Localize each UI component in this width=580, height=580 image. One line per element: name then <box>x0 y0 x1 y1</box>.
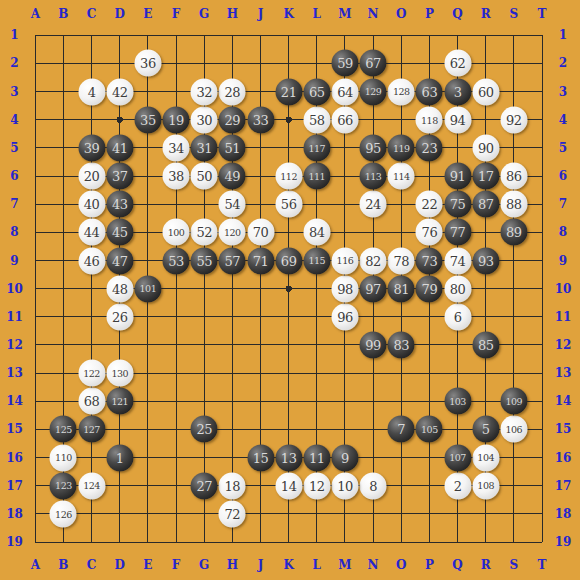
move-number: 32 <box>196 85 212 98</box>
row-label-right-3: 3 <box>559 86 567 98</box>
move-number: 33 <box>253 113 269 126</box>
move-number: 58 <box>309 113 325 126</box>
move-number: 116 <box>337 256 354 266</box>
stone-white-C9: 46 <box>78 247 105 274</box>
move-number: 14 <box>281 479 297 492</box>
move-number: 22 <box>422 198 438 211</box>
move-number: 69 <box>281 254 297 267</box>
row-label-right-8: 8 <box>559 226 567 238</box>
stone-black-D16: 1 <box>106 444 133 471</box>
move-number: 53 <box>168 254 184 267</box>
move-number: 2 <box>454 479 462 492</box>
row-label-left-10: 10 <box>6 283 23 295</box>
column-label-top-L: L <box>313 8 321 20</box>
stone-white-Q11: 6 <box>444 303 471 330</box>
row-label-right-11: 11 <box>555 311 572 323</box>
stone-black-N6: 113 <box>360 163 387 190</box>
stone-white-L17: 12 <box>303 472 330 499</box>
stone-black-O5: 119 <box>388 134 415 161</box>
stone-white-F6: 38 <box>163 163 190 190</box>
row-label-right-9: 9 <box>559 255 567 267</box>
row-label-right-12: 12 <box>555 339 572 351</box>
move-number: 86 <box>506 170 522 183</box>
move-number: 37 <box>112 170 128 183</box>
move-number: 67 <box>365 57 381 70</box>
column-label-top-M: M <box>338 8 351 20</box>
column-label-top-J: J <box>258 8 264 20</box>
move-number: 121 <box>111 397 128 407</box>
row-label-left-4: 4 <box>10 114 18 126</box>
column-label-bottom-J: J <box>258 559 264 571</box>
stone-black-L5: 117 <box>303 134 330 161</box>
stone-black-N5: 95 <box>360 134 387 161</box>
move-number: 100 <box>168 228 185 238</box>
row-label-right-18: 18 <box>555 508 572 520</box>
stone-white-P7: 22 <box>416 191 443 218</box>
stone-white-C17: 124 <box>78 472 105 499</box>
stone-white-O9: 78 <box>388 247 415 274</box>
stone-white-C14: 68 <box>78 388 105 415</box>
stone-white-Q2: 62 <box>444 50 471 77</box>
row-label-left-8: 8 <box>10 226 18 238</box>
column-label-top-O: O <box>396 8 406 20</box>
stone-white-C6: 20 <box>78 163 105 190</box>
stone-black-K9: 69 <box>275 247 302 274</box>
stone-white-R17: 108 <box>472 472 499 499</box>
stone-white-M17: 10 <box>331 472 358 499</box>
stone-black-H9: 57 <box>219 247 246 274</box>
move-number: 62 <box>450 57 466 70</box>
column-label-bottom-O: O <box>396 559 406 571</box>
move-number: 127 <box>83 425 100 435</box>
stone-white-Q9: 74 <box>444 247 471 274</box>
move-number: 45 <box>112 226 128 239</box>
move-number: 72 <box>225 507 241 520</box>
stone-black-C15: 127 <box>78 416 105 443</box>
stone-black-H4: 29 <box>219 106 246 133</box>
stone-black-R9: 93 <box>472 247 499 274</box>
move-number: 71 <box>253 254 269 267</box>
stone-white-H17: 18 <box>219 472 246 499</box>
move-number: 59 <box>337 57 353 70</box>
move-number: 115 <box>308 256 325 266</box>
move-number: 87 <box>478 198 494 211</box>
stone-white-D11: 26 <box>106 303 133 330</box>
stone-white-G6: 50 <box>191 163 218 190</box>
move-number: 109 <box>506 397 523 407</box>
move-number: 78 <box>393 254 409 267</box>
stone-white-H7: 54 <box>219 191 246 218</box>
column-label-bottom-S: S <box>510 559 519 571</box>
move-number: 125 <box>55 425 72 435</box>
stone-white-G8: 52 <box>191 219 218 246</box>
move-number: 101 <box>140 284 157 294</box>
star-point-K4 <box>286 117 292 123</box>
move-number: 95 <box>365 141 381 154</box>
stone-black-G17: 27 <box>191 472 218 499</box>
move-number: 9 <box>341 451 349 464</box>
column-label-bottom-R: R <box>481 559 491 571</box>
stone-black-D9: 47 <box>106 247 133 274</box>
stone-white-B18: 126 <box>50 500 77 527</box>
stone-white-F5: 34 <box>163 134 190 161</box>
stone-white-N17: 8 <box>360 472 387 499</box>
move-number: 50 <box>196 170 212 183</box>
move-number: 7 <box>397 423 405 436</box>
stone-black-Q14: 103 <box>444 388 471 415</box>
stone-white-D13: 130 <box>106 360 133 387</box>
stone-white-K7: 56 <box>275 191 302 218</box>
move-number: 17 <box>478 170 494 183</box>
move-number: 83 <box>393 338 409 351</box>
stone-black-D6: 37 <box>106 163 133 190</box>
move-number: 47 <box>112 254 128 267</box>
move-number: 96 <box>337 310 353 323</box>
stone-black-Q7: 75 <box>444 191 471 218</box>
move-number: 10 <box>337 479 353 492</box>
stone-black-J9: 71 <box>247 247 274 274</box>
move-number: 21 <box>281 85 297 98</box>
stone-black-P9: 73 <box>416 247 443 274</box>
move-number: 124 <box>83 481 100 491</box>
stone-white-S7: 88 <box>500 191 527 218</box>
stone-white-D10: 48 <box>106 275 133 302</box>
row-label-left-15: 15 <box>6 423 23 435</box>
column-label-bottom-E: E <box>143 559 152 571</box>
move-number: 92 <box>506 113 522 126</box>
row-label-left-18: 18 <box>6 508 23 520</box>
move-number: 64 <box>337 85 353 98</box>
row-label-left-17: 17 <box>6 480 23 492</box>
stone-black-Q8: 77 <box>444 219 471 246</box>
column-label-bottom-G: G <box>199 559 209 571</box>
stone-black-K16: 13 <box>275 444 302 471</box>
stone-black-S8: 89 <box>500 219 527 246</box>
stone-white-C7: 40 <box>78 191 105 218</box>
move-number: 76 <box>422 226 438 239</box>
row-label-left-14: 14 <box>6 395 23 407</box>
row-label-left-5: 5 <box>10 142 18 154</box>
move-number: 88 <box>506 198 522 211</box>
move-number: 114 <box>393 171 410 181</box>
stone-black-O12: 83 <box>388 331 415 358</box>
move-number: 112 <box>280 171 297 181</box>
move-number: 48 <box>112 282 128 295</box>
stone-black-F9: 53 <box>163 247 190 274</box>
stone-black-P5: 23 <box>416 134 443 161</box>
stone-black-L16: 11 <box>303 444 330 471</box>
row-label-left-19: 19 <box>6 536 23 548</box>
move-number: 44 <box>84 226 100 239</box>
stone-black-L6: 111 <box>303 163 330 190</box>
stone-white-C3: 4 <box>78 78 105 105</box>
stone-black-R15: 5 <box>472 416 499 443</box>
stone-white-H3: 28 <box>219 78 246 105</box>
column-label-top-R: R <box>481 8 491 20</box>
stone-white-H8: 120 <box>219 219 246 246</box>
move-number: 90 <box>478 141 494 154</box>
stone-white-N9: 82 <box>360 247 387 274</box>
move-number: 39 <box>84 141 100 154</box>
stone-white-N7: 24 <box>360 191 387 218</box>
stone-black-J4: 33 <box>247 106 274 133</box>
move-number: 93 <box>478 254 494 267</box>
move-number: 46 <box>84 254 100 267</box>
column-label-bottom-P: P <box>425 559 434 571</box>
move-number: 85 <box>478 338 494 351</box>
move-number: 25 <box>196 423 212 436</box>
move-number: 35 <box>140 113 156 126</box>
stone-white-Q17: 2 <box>444 472 471 499</box>
move-number: 42 <box>112 85 128 98</box>
move-number: 103 <box>449 397 466 407</box>
stone-white-S15: 106 <box>500 416 527 443</box>
column-label-top-P: P <box>425 8 434 20</box>
stone-black-G5: 31 <box>191 134 218 161</box>
move-number: 91 <box>450 170 466 183</box>
stone-black-B15: 125 <box>50 416 77 443</box>
move-number: 28 <box>225 85 241 98</box>
column-label-bottom-Q: Q <box>452 559 462 571</box>
move-number: 65 <box>309 85 325 98</box>
move-number: 6 <box>454 310 462 323</box>
move-number: 51 <box>225 141 241 154</box>
move-number: 41 <box>112 141 128 154</box>
go-board[interactable]: AABBCCDDEEFFGGHHJJKKLLMMNNOOPPQQRRSSTT11… <box>0 0 580 580</box>
row-label-right-10: 10 <box>555 283 572 295</box>
move-number: 52 <box>196 226 212 239</box>
column-label-bottom-D: D <box>115 559 125 571</box>
move-number: 56 <box>281 198 297 211</box>
stone-black-R6: 17 <box>472 163 499 190</box>
stone-black-N12: 99 <box>360 331 387 358</box>
column-label-bottom-H: H <box>227 559 238 571</box>
move-number: 126 <box>55 509 72 519</box>
column-label-bottom-T: T <box>538 559 547 571</box>
row-label-right-2: 2 <box>559 57 567 69</box>
column-label-bottom-B: B <box>58 559 68 571</box>
move-number: 43 <box>112 198 128 211</box>
column-label-top-Q: Q <box>452 8 462 20</box>
move-number: 118 <box>421 115 438 125</box>
move-number: 89 <box>506 226 522 239</box>
stone-white-Q4: 94 <box>444 106 471 133</box>
move-number: 104 <box>477 453 494 463</box>
move-number: 3 <box>454 85 462 98</box>
stone-black-Q16: 107 <box>444 444 471 471</box>
stone-white-E2: 36 <box>134 50 161 77</box>
row-label-left-6: 6 <box>10 170 18 182</box>
move-number: 105 <box>421 425 438 435</box>
move-number: 23 <box>422 141 438 154</box>
stone-black-L9: 115 <box>303 247 330 274</box>
row-label-right-14: 14 <box>555 395 572 407</box>
row-label-left-2: 2 <box>10 57 18 69</box>
column-label-bottom-N: N <box>368 559 379 571</box>
stone-black-D8: 45 <box>106 219 133 246</box>
stone-white-P4: 118 <box>416 106 443 133</box>
column-label-top-T: T <box>538 8 547 20</box>
stone-black-N2: 67 <box>360 50 387 77</box>
stone-black-O15: 7 <box>388 416 415 443</box>
move-number: 79 <box>422 282 438 295</box>
stone-white-C13: 122 <box>78 360 105 387</box>
column-label-top-S: S <box>510 8 519 20</box>
row-label-right-1: 1 <box>559 29 567 41</box>
stone-black-Q6: 91 <box>444 163 471 190</box>
move-number: 55 <box>196 254 212 267</box>
move-number: 94 <box>450 113 466 126</box>
row-label-right-13: 13 <box>555 367 572 379</box>
stone-black-P15: 105 <box>416 416 443 443</box>
stone-black-G15: 25 <box>191 416 218 443</box>
move-number: 75 <box>450 198 466 211</box>
move-number: 4 <box>88 85 96 98</box>
row-label-right-7: 7 <box>559 198 567 210</box>
column-label-bottom-F: F <box>172 559 181 571</box>
stone-black-N3: 129 <box>360 78 387 105</box>
move-number: 31 <box>196 141 212 154</box>
move-number: 49 <box>225 170 241 183</box>
column-label-top-K: K <box>283 8 293 20</box>
row-label-right-5: 5 <box>559 142 567 154</box>
move-number: 5 <box>482 423 490 436</box>
stone-black-P10: 79 <box>416 275 443 302</box>
column-label-top-D: D <box>115 8 125 20</box>
stone-black-E10: 101 <box>134 275 161 302</box>
stone-black-B17: 123 <box>50 472 77 499</box>
row-label-right-19: 19 <box>555 536 572 548</box>
stone-white-P8: 76 <box>416 219 443 246</box>
stone-white-M3: 64 <box>331 78 358 105</box>
stone-black-O10: 81 <box>388 275 415 302</box>
move-number: 123 <box>55 481 72 491</box>
column-label-bottom-K: K <box>283 559 293 571</box>
row-label-right-16: 16 <box>555 452 572 464</box>
stone-white-L4: 58 <box>303 106 330 133</box>
stone-black-M2: 59 <box>331 50 358 77</box>
move-number: 40 <box>84 198 100 211</box>
move-number: 57 <box>225 254 241 267</box>
stone-black-G9: 55 <box>191 247 218 274</box>
move-number: 117 <box>308 143 325 153</box>
stone-white-B16: 110 <box>50 444 77 471</box>
move-number: 77 <box>450 226 466 239</box>
move-number: 129 <box>365 87 382 97</box>
stone-black-M16: 9 <box>331 444 358 471</box>
move-number: 98 <box>337 282 353 295</box>
move-number: 81 <box>393 282 409 295</box>
stone-black-D7: 43 <box>106 191 133 218</box>
move-number: 15 <box>253 451 269 464</box>
move-number: 24 <box>365 198 381 211</box>
stone-black-N10: 97 <box>360 275 387 302</box>
stone-white-K6: 112 <box>275 163 302 190</box>
move-number: 60 <box>478 85 494 98</box>
move-number: 82 <box>365 254 381 267</box>
column-label-bottom-A: A <box>31 559 40 571</box>
stone-black-E4: 35 <box>134 106 161 133</box>
column-label-top-C: C <box>87 8 97 20</box>
stone-black-R7: 87 <box>472 191 499 218</box>
stone-white-F8: 100 <box>163 219 190 246</box>
stone-white-H18: 72 <box>219 500 246 527</box>
stone-white-M10: 98 <box>331 275 358 302</box>
move-number: 74 <box>450 254 466 267</box>
column-label-bottom-C: C <box>87 559 97 571</box>
move-number: 99 <box>365 338 381 351</box>
stone-white-O6: 114 <box>388 163 415 190</box>
move-number: 110 <box>55 453 72 463</box>
column-label-top-G: G <box>199 8 209 20</box>
stone-white-M4: 66 <box>331 106 358 133</box>
move-number: 20 <box>84 170 100 183</box>
move-number: 54 <box>225 198 241 211</box>
stone-white-M11: 96 <box>331 303 358 330</box>
stone-white-S6: 86 <box>500 163 527 190</box>
row-label-left-9: 9 <box>10 255 18 267</box>
move-number: 119 <box>393 143 410 153</box>
stone-black-H5: 51 <box>219 134 246 161</box>
move-number: 108 <box>477 481 494 491</box>
stone-white-R16: 104 <box>472 444 499 471</box>
move-number: 36 <box>140 57 156 70</box>
stone-black-C5: 39 <box>78 134 105 161</box>
column-label-top-H: H <box>227 8 238 20</box>
move-number: 128 <box>393 87 410 97</box>
row-label-right-17: 17 <box>555 480 572 492</box>
row-label-right-6: 6 <box>559 170 567 182</box>
stone-black-R12: 85 <box>472 331 499 358</box>
stone-white-L8: 84 <box>303 219 330 246</box>
move-number: 106 <box>506 425 523 435</box>
stone-black-Q3: 3 <box>444 78 471 105</box>
move-number: 68 <box>84 395 100 408</box>
stone-white-R5: 90 <box>472 134 499 161</box>
column-label-top-N: N <box>368 8 379 20</box>
move-number: 18 <box>225 479 241 492</box>
stone-white-G3: 32 <box>191 78 218 105</box>
column-label-top-E: E <box>143 8 152 20</box>
move-number: 130 <box>111 368 128 378</box>
star-point-K10 <box>286 286 292 292</box>
move-number: 80 <box>450 282 466 295</box>
row-label-left-11: 11 <box>6 311 23 323</box>
stone-black-D5: 41 <box>106 134 133 161</box>
move-number: 120 <box>224 228 241 238</box>
column-label-bottom-M: M <box>338 559 351 571</box>
row-label-left-12: 12 <box>6 339 23 351</box>
stone-white-C8: 44 <box>78 219 105 246</box>
row-label-left-13: 13 <box>6 367 23 379</box>
star-point-D4 <box>117 117 123 123</box>
move-number: 66 <box>337 113 353 126</box>
row-label-left-1: 1 <box>10 29 18 41</box>
move-number: 11 <box>309 451 325 464</box>
stone-white-S4: 92 <box>500 106 527 133</box>
move-number: 122 <box>83 368 100 378</box>
stone-black-K3: 21 <box>275 78 302 105</box>
stone-white-M9: 116 <box>331 247 358 274</box>
move-number: 26 <box>112 310 128 323</box>
column-label-top-F: F <box>172 8 181 20</box>
stone-white-R3: 60 <box>472 78 499 105</box>
row-label-right-15: 15 <box>555 423 572 435</box>
move-number: 29 <box>225 113 241 126</box>
stone-black-F4: 19 <box>163 106 190 133</box>
move-number: 27 <box>196 479 212 492</box>
stone-black-L3: 65 <box>303 78 330 105</box>
